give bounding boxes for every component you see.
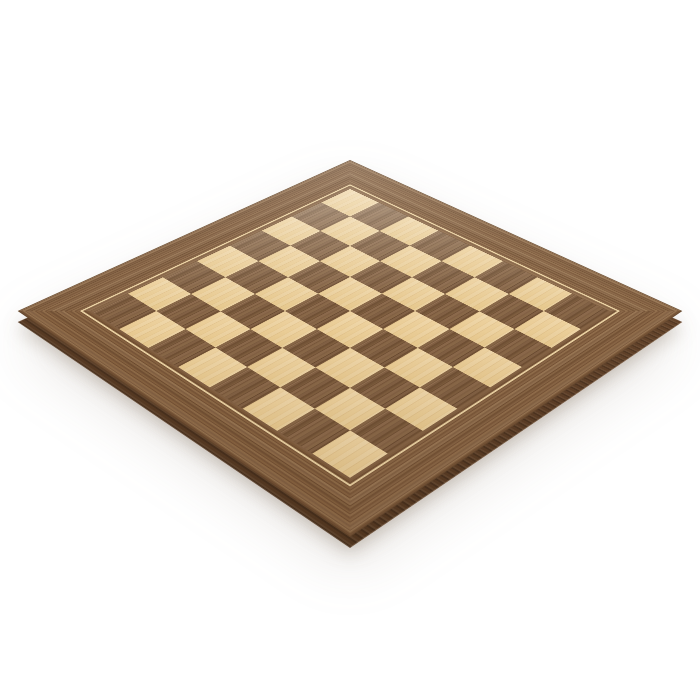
playing-field xyxy=(91,189,609,478)
board-top-face xyxy=(18,160,683,537)
photo-background xyxy=(0,0,700,700)
